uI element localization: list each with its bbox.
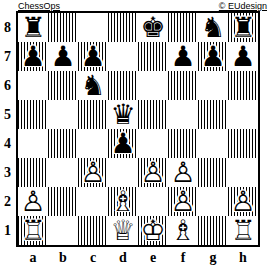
file-label-g: g [198, 250, 228, 266]
square-d8 [108, 13, 138, 42]
square-c6: ♞♞ [78, 71, 108, 100]
file-labels: abcdefgh [18, 250, 258, 266]
chessops-title-link[interactable]: ChessOps [18, 1, 60, 11]
black-rook: ♜♜ [18, 13, 48, 42]
file-label-b: b [48, 250, 78, 266]
square-c2 [78, 187, 108, 216]
white-queen: ♛♕ [108, 216, 138, 245]
square-b3 [48, 158, 78, 187]
square-d3 [108, 158, 138, 187]
piece-glyph: ♖ [228, 216, 258, 245]
square-d1: ♛♕ [108, 216, 138, 245]
piece-glyph: ♗ [168, 216, 198, 245]
piece-fill: ♟ [228, 42, 258, 71]
square-a6 [18, 71, 48, 100]
square-b8 [48, 13, 78, 42]
square-a4 [18, 129, 48, 158]
black-pawn: ♟♟ [48, 42, 78, 71]
piece-fill: ♟ [168, 187, 198, 216]
white-pawn: ♟♙ [228, 187, 258, 216]
square-g7: ♟♟ [198, 42, 228, 71]
rank-label-6: 6 [0, 71, 15, 100]
piece-fill: ♜ [18, 13, 48, 42]
piece-fill: ♟ [78, 42, 108, 71]
square-b4 [48, 129, 78, 158]
piece-glyph: ♟ [198, 42, 228, 71]
square-c3: ♟♙ [78, 158, 108, 187]
piece-glyph: ♜ [18, 13, 48, 42]
rank-label-1: 1 [0, 216, 15, 245]
square-b7: ♟♟ [48, 42, 78, 71]
square-f7: ♟♟ [168, 42, 198, 71]
square-e1: ♚♔ [138, 216, 168, 245]
piece-glyph: ♞ [78, 71, 108, 100]
piece-fill: ♞ [78, 71, 108, 100]
rank-labels: 87654321 [0, 13, 15, 245]
square-h4 [228, 129, 258, 158]
square-b2 [48, 187, 78, 216]
white-pawn: ♟♙ [138, 158, 168, 187]
rank-label-5: 5 [0, 100, 15, 129]
square-g4 [198, 129, 228, 158]
black-rook: ♜♜ [228, 13, 258, 42]
square-h6 [228, 71, 258, 100]
piece-glyph: ♖ [18, 216, 48, 245]
square-h8: ♜♜ [228, 13, 258, 42]
piece-fill: ♟ [18, 187, 48, 216]
piece-glyph: ♙ [138, 158, 168, 187]
file-label-h: h [228, 250, 258, 266]
white-bishop: ♝♗ [168, 216, 198, 245]
black-queen: ♛♛ [108, 100, 138, 129]
square-e5 [138, 100, 168, 129]
square-a2: ♟♙ [18, 187, 48, 216]
square-a1: ♜♖ [18, 216, 48, 245]
file-label-d: d [108, 250, 138, 266]
square-b1 [48, 216, 78, 245]
rank-label-4: 4 [0, 129, 15, 158]
piece-fill: ♟ [108, 129, 138, 158]
piece-glyph: ♙ [18, 187, 48, 216]
black-pawn: ♟♟ [168, 42, 198, 71]
piece-glyph: ♛ [108, 100, 138, 129]
chess-board: ♜♜♚♚♞♞♜♜♟♟♟♟♟♟♟♟♟♟♟♟♞♞♛♛♟♟♟♙♟♙♟♙♟♙♝♗♟♙♟♙… [16, 11, 260, 247]
piece-fill: ♚ [138, 13, 168, 42]
square-b5 [48, 100, 78, 129]
piece-glyph: ♕ [108, 216, 138, 245]
white-pawn: ♟♙ [78, 158, 108, 187]
piece-glyph: ♟ [108, 129, 138, 158]
file-label-a: a [18, 250, 48, 266]
square-g2 [198, 187, 228, 216]
square-e6 [138, 71, 168, 100]
white-king: ♚♔ [138, 216, 168, 245]
square-c1 [78, 216, 108, 245]
piece-fill: ♟ [168, 158, 198, 187]
square-f1: ♝♗ [168, 216, 198, 245]
square-f8 [168, 13, 198, 42]
piece-fill: ♟ [138, 158, 168, 187]
white-pawn: ♟♙ [18, 187, 48, 216]
rank-label-2: 2 [0, 187, 15, 216]
black-pawn: ♟♟ [228, 42, 258, 71]
piece-glyph: ♟ [18, 42, 48, 71]
black-knight: ♞♞ [78, 71, 108, 100]
piece-glyph: ♙ [168, 158, 198, 187]
square-d4: ♟♟ [108, 129, 138, 158]
black-pawn: ♟♟ [198, 42, 228, 71]
square-a3 [18, 158, 48, 187]
white-rook: ♜♖ [228, 216, 258, 245]
piece-glyph: ♗ [108, 187, 138, 216]
piece-fill: ♟ [198, 42, 228, 71]
piece-glyph: ♙ [228, 187, 258, 216]
square-d7 [108, 42, 138, 71]
piece-fill: ♟ [18, 42, 48, 71]
black-pawn: ♟♟ [108, 129, 138, 158]
white-bishop: ♝♗ [108, 187, 138, 216]
square-d5: ♛♛ [108, 100, 138, 129]
black-king: ♚♚ [138, 13, 168, 42]
square-g8: ♞♞ [198, 13, 228, 42]
piece-fill: ♛ [108, 216, 138, 245]
black-pawn: ♟♟ [18, 42, 48, 71]
square-d2: ♝♗ [108, 187, 138, 216]
square-h2: ♟♙ [228, 187, 258, 216]
piece-glyph: ♜ [228, 13, 258, 42]
square-g1 [198, 216, 228, 245]
piece-glyph: ♞ [198, 13, 228, 42]
square-g6 [198, 71, 228, 100]
white-pawn: ♟♙ [168, 158, 198, 187]
black-pawn: ♟♟ [78, 42, 108, 71]
piece-fill: ♞ [198, 13, 228, 42]
chessops-diagram-page: ChessOps © EUdesign 87654321 ♜♜♚♚♞♞♜♜♟♟♟… [0, 0, 270, 270]
piece-fill: ♟ [48, 42, 78, 71]
rank-label-7: 7 [0, 42, 15, 71]
piece-glyph: ♔ [138, 216, 168, 245]
eudesign-credit-link[interactable]: © EUdesign [219, 1, 267, 11]
square-c5 [78, 100, 108, 129]
square-d6 [108, 71, 138, 100]
square-g3 [198, 158, 228, 187]
square-a8: ♜♜ [18, 13, 48, 42]
piece-fill: ♟ [168, 42, 198, 71]
piece-fill: ♝ [168, 216, 198, 245]
square-f6 [168, 71, 198, 100]
piece-glyph: ♙ [168, 187, 198, 216]
square-h3 [228, 158, 258, 187]
square-f2: ♟♙ [168, 187, 198, 216]
square-f5 [168, 100, 198, 129]
square-c8 [78, 13, 108, 42]
file-label-e: e [138, 250, 168, 266]
piece-fill: ♚ [138, 216, 168, 245]
square-a7: ♟♟ [18, 42, 48, 71]
piece-glyph: ♟ [168, 42, 198, 71]
piece-glyph: ♟ [228, 42, 258, 71]
rank-label-8: 8 [0, 13, 15, 42]
square-h5 [228, 100, 258, 129]
square-e4 [138, 129, 168, 158]
piece-fill: ♜ [228, 216, 258, 245]
piece-glyph: ♚ [138, 13, 168, 42]
file-label-f: f [168, 250, 198, 266]
white-rook: ♜♖ [18, 216, 48, 245]
piece-fill: ♜ [18, 216, 48, 245]
square-f4 [168, 129, 198, 158]
square-e7 [138, 42, 168, 71]
piece-fill: ♝ [108, 187, 138, 216]
white-pawn: ♟♙ [168, 187, 198, 216]
square-c4 [78, 129, 108, 158]
square-g5 [198, 100, 228, 129]
square-e2 [138, 187, 168, 216]
square-a5 [18, 100, 48, 129]
square-c7: ♟♟ [78, 42, 108, 71]
black-knight: ♞♞ [198, 13, 228, 42]
piece-glyph: ♟ [48, 42, 78, 71]
square-f3: ♟♙ [168, 158, 198, 187]
square-b6 [48, 71, 78, 100]
file-label-c: c [78, 250, 108, 266]
square-h1: ♜♖ [228, 216, 258, 245]
square-e3: ♟♙ [138, 158, 168, 187]
rank-label-3: 3 [0, 158, 15, 187]
piece-fill: ♛ [108, 100, 138, 129]
piece-fill: ♟ [228, 187, 258, 216]
piece-fill: ♟ [78, 158, 108, 187]
square-h7: ♟♟ [228, 42, 258, 71]
piece-glyph: ♟ [78, 42, 108, 71]
piece-fill: ♜ [228, 13, 258, 42]
square-e8: ♚♚ [138, 13, 168, 42]
piece-glyph: ♙ [78, 158, 108, 187]
